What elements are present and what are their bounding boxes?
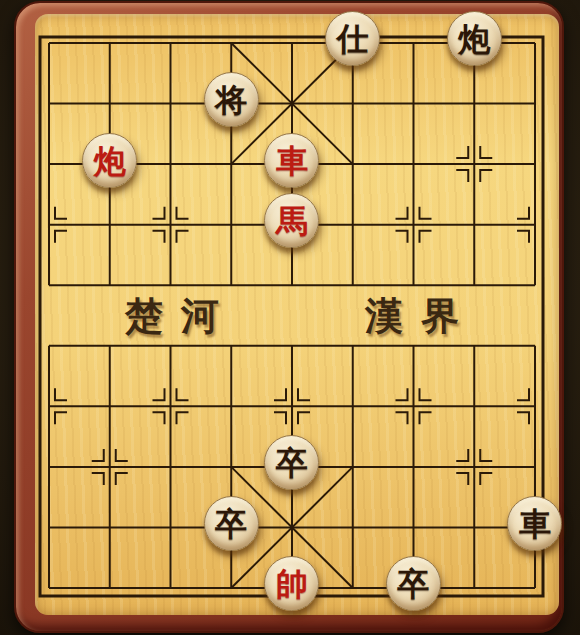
piece-grid: 仕炮将炮車馬卒卒車帥卒 xyxy=(19,13,566,619)
xiangqi-game: 楚河 漢界 仕炮将炮車馬卒卒車帥卒 xyxy=(0,0,580,635)
piece-black-general[interactable]: 将 xyxy=(204,72,259,127)
piece-glyph: 馬 xyxy=(276,204,308,237)
piece-glyph: 卒 xyxy=(215,507,247,540)
piece-glyph: 炮 xyxy=(94,144,126,177)
piece-black-soldier[interactable]: 卒 xyxy=(386,556,441,611)
piece-red-horse[interactable]: 馬 xyxy=(264,193,319,248)
piece-red-cannon[interactable]: 炮 xyxy=(82,133,137,188)
piece-glyph: 将 xyxy=(215,83,247,116)
piece-glyph: 卒 xyxy=(397,567,429,600)
piece-red-general[interactable]: 帥 xyxy=(264,556,319,611)
piece-black-soldier[interactable]: 卒 xyxy=(264,435,319,490)
piece-glyph: 卒 xyxy=(276,446,308,479)
piece-glyph: 帥 xyxy=(276,567,308,600)
piece-glyph: 車 xyxy=(276,144,308,177)
piece-black-soldier[interactable]: 卒 xyxy=(204,496,259,551)
piece-glyph: 炮 xyxy=(458,22,490,55)
piece-glyph: 車 xyxy=(519,507,551,540)
piece-black-advisor[interactable]: 仕 xyxy=(325,11,380,66)
piece-black-cannon[interactable]: 炮 xyxy=(447,11,502,66)
piece-glyph: 仕 xyxy=(337,22,369,55)
piece-black-chariot[interactable]: 車 xyxy=(507,496,562,551)
piece-red-chariot[interactable]: 車 xyxy=(264,133,319,188)
